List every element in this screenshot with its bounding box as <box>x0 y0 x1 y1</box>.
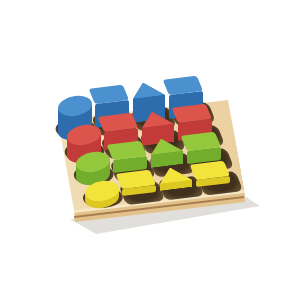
piece-yellow-cylinder[interactable] <box>82 177 122 213</box>
pieces-layer <box>0 0 300 300</box>
piece-yellow-cube[interactable] <box>193 157 233 199</box>
piece-yellow-triangle[interactable] <box>156 163 196 204</box>
piece-yellow-cube[interactable] <box>119 166 159 208</box>
shape-sorter-scene <box>0 0 300 300</box>
